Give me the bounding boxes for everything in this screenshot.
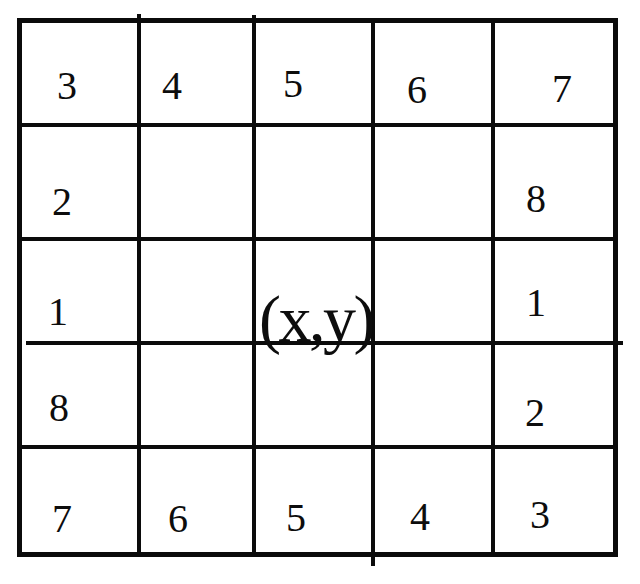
cell-r1c2: 4	[162, 66, 182, 106]
grid-line-vertical-4	[491, 18, 495, 557]
neighborhood-grid-figure: 3 4 5 6 7 2 8 1 (x,y) 1 8 2 7 6 5 4 3	[0, 0, 640, 584]
cell-r4c1: 8	[49, 388, 69, 428]
grid-line-vertical-2	[252, 15, 256, 557]
cell-r5c5: 3	[530, 495, 550, 535]
grid-line-horizontal-1	[17, 123, 618, 127]
grid-border-right	[613, 18, 618, 557]
cell-r1c1: 3	[57, 66, 77, 106]
grid-line-horizontal-4	[17, 445, 618, 449]
grid-line-vertical-1	[137, 14, 141, 557]
grid-line-horizontal-2	[17, 237, 618, 241]
cell-r5c2: 6	[168, 499, 188, 539]
grid-border-top	[17, 18, 618, 23]
center-cell-label: (x,y)	[259, 286, 373, 352]
cell-r1c4: 6	[407, 70, 427, 110]
grid-border-left	[17, 18, 22, 557]
cell-r2c1: 2	[52, 182, 72, 222]
cell-r2c5: 8	[526, 179, 546, 219]
cell-r5c1: 7	[52, 499, 72, 539]
cell-r3c1: 1	[48, 292, 68, 332]
cell-r1c3: 5	[283, 64, 303, 104]
cell-r1c5: 7	[552, 69, 572, 109]
cell-r5c4: 4	[410, 497, 430, 537]
cell-r4c5: 2	[525, 393, 545, 433]
cell-r5c3: 5	[286, 498, 306, 538]
cell-r3c5: 1	[526, 283, 546, 323]
grid-border-bottom	[17, 552, 618, 557]
